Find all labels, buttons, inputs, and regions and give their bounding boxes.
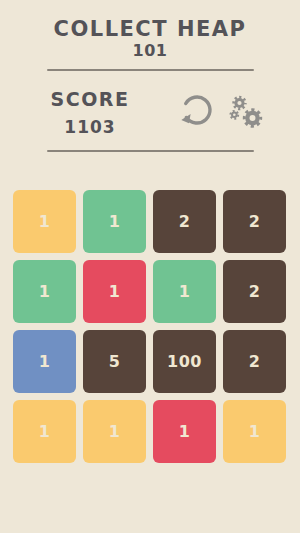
game-title: COLLECT HEAP: [0, 17, 300, 41]
settings-gears-icon[interactable]: [227, 93, 266, 131]
tile-r3c3-brown-100[interactable]: 100: [153, 330, 216, 393]
tile-r3c1-blue-1[interactable]: 1: [13, 330, 76, 393]
tile-r1c3-brown-2[interactable]: 2: [153, 190, 216, 253]
target-number: 101: [0, 41, 300, 60]
tile-r1c4-brown-2[interactable]: 2: [223, 190, 286, 253]
app-screen: COLLECT HEAP 101 SCORE 1103 112211121510: [0, 0, 300, 533]
tile-r2c2-red-1[interactable]: 1: [83, 260, 146, 323]
tile-grid: 112211121510021111: [13, 190, 286, 463]
tile-r2c3-green-1[interactable]: 1: [153, 260, 216, 323]
score-label: SCORE: [30, 88, 150, 110]
tile-r4c3-red-1[interactable]: 1: [153, 400, 216, 463]
tile-r4c4-yellow-1[interactable]: 1: [223, 400, 286, 463]
tile-r4c2-yellow-1[interactable]: 1: [83, 400, 146, 463]
tile-r1c1-yellow-1[interactable]: 1: [13, 190, 76, 253]
restart-icon[interactable]: [180, 93, 214, 130]
score-value: 1103: [30, 117, 150, 137]
divider-bottom: [47, 150, 254, 152]
tile-r3c2-brown-5[interactable]: 5: [83, 330, 146, 393]
divider-top: [47, 69, 254, 71]
tile-r4c1-yellow-1[interactable]: 1: [13, 400, 76, 463]
tile-r2c1-green-1[interactable]: 1: [13, 260, 76, 323]
tile-r2c4-brown-2[interactable]: 2: [223, 260, 286, 323]
tile-r3c4-brown-2[interactable]: 2: [223, 330, 286, 393]
tile-r1c2-green-1[interactable]: 1: [83, 190, 146, 253]
